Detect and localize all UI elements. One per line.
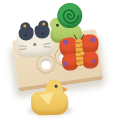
butterfly-piece[interactable] [59, 34, 101, 76]
cat-eye-icon [25, 34, 27, 36]
snail-spiral-icon [57, 3, 83, 29]
snail-shell [57, 3, 83, 29]
butterfly-wing-bottom-right [82, 51, 99, 67]
cat-whisker [43, 46, 50, 47]
chick-piece[interactable] [30, 79, 69, 115]
butterfly-body [75, 39, 83, 66]
chick-eye-icon [55, 85, 58, 88]
cat-piece[interactable] [15, 20, 54, 58]
cat-eye-icon [42, 33, 44, 35]
chick-beak-icon [62, 86, 67, 92]
cat-nose-icon [33, 43, 36, 46]
toy-photo-scene [0, 0, 120, 120]
